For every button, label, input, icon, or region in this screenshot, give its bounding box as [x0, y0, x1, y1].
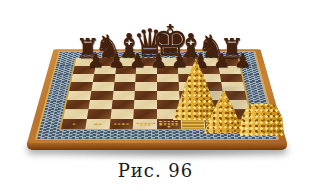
square-d3: [134, 100, 157, 109]
square-d5: [135, 82, 157, 91]
square-a5: [69, 82, 92, 91]
square-d2: [134, 109, 157, 119]
grain-icon: [171, 124, 174, 125]
figure-96: ♜♞♝♛♚♝♞♜♟♟♟♟♟♟♟♟ Рис. 96: [0, 0, 311, 191]
grain-icon: [175, 124, 178, 125]
square-e5: [157, 82, 179, 91]
square-c5: [113, 82, 135, 91]
square-b5: [91, 82, 114, 91]
square-e3: [157, 100, 180, 109]
grain-icon: [148, 124, 151, 125]
black-pawn-h7: ♟: [234, 51, 251, 70]
square-b4: [90, 91, 113, 100]
figure-caption: Рис. 96: [0, 160, 311, 181]
grains-d1: [133, 119, 157, 129]
grain-icon: [98, 123, 101, 124]
grain-icon: [140, 124, 143, 125]
black-pawn-b7: ♟: [108, 51, 125, 70]
grain-icon: [163, 124, 166, 125]
square-a4: [67, 91, 91, 100]
grain-icon: [122, 123, 125, 124]
square-d4: [135, 91, 157, 100]
grain-icon: [114, 123, 117, 124]
grains-b1: [85, 119, 110, 129]
black-pawn-c7: ♟: [129, 51, 146, 70]
black-pawn-d7: ♟: [150, 51, 167, 70]
black-pawn-e7: ♟: [171, 51, 188, 70]
square-b1: [85, 119, 110, 129]
grains-e1: [157, 119, 181, 129]
square-c3: [111, 100, 134, 109]
square-h6: [220, 74, 243, 82]
square-a6: [71, 74, 94, 82]
square-a1: [61, 119, 87, 129]
square-e1: [157, 119, 181, 129]
square-a2: [63, 109, 88, 119]
grains-c1: [109, 119, 134, 129]
square-b6: [93, 74, 115, 82]
square-c4: [112, 91, 135, 100]
grain-icon: [118, 123, 121, 124]
square-c2: [110, 109, 134, 119]
grain-icon: [72, 123, 75, 124]
grain-icon: [94, 123, 97, 124]
square-c1: [109, 119, 134, 129]
grain-icon: [167, 126, 170, 127]
black-pawn-a7: ♟: [87, 51, 104, 70]
black-pawn-g7: ♟: [213, 51, 230, 70]
square-d6: [136, 74, 157, 82]
grain-rows-f1: [181, 119, 204, 128]
grains-a1: [61, 119, 87, 129]
square-b3: [88, 100, 112, 109]
grain-icon: [126, 123, 129, 124]
square-a3: [65, 100, 89, 109]
grain-heap-wide-h2: [240, 103, 284, 136]
square-c6: [114, 74, 136, 82]
square-f1: [180, 119, 205, 129]
grain-icon: [136, 123, 139, 124]
square-d1: [133, 119, 157, 129]
square-b2: [87, 109, 112, 119]
square-e6: [157, 74, 178, 82]
square-e4: [157, 91, 179, 100]
grain-icon: [152, 123, 155, 124]
grain-icon: [159, 124, 162, 125]
grain-icon: [144, 124, 147, 125]
